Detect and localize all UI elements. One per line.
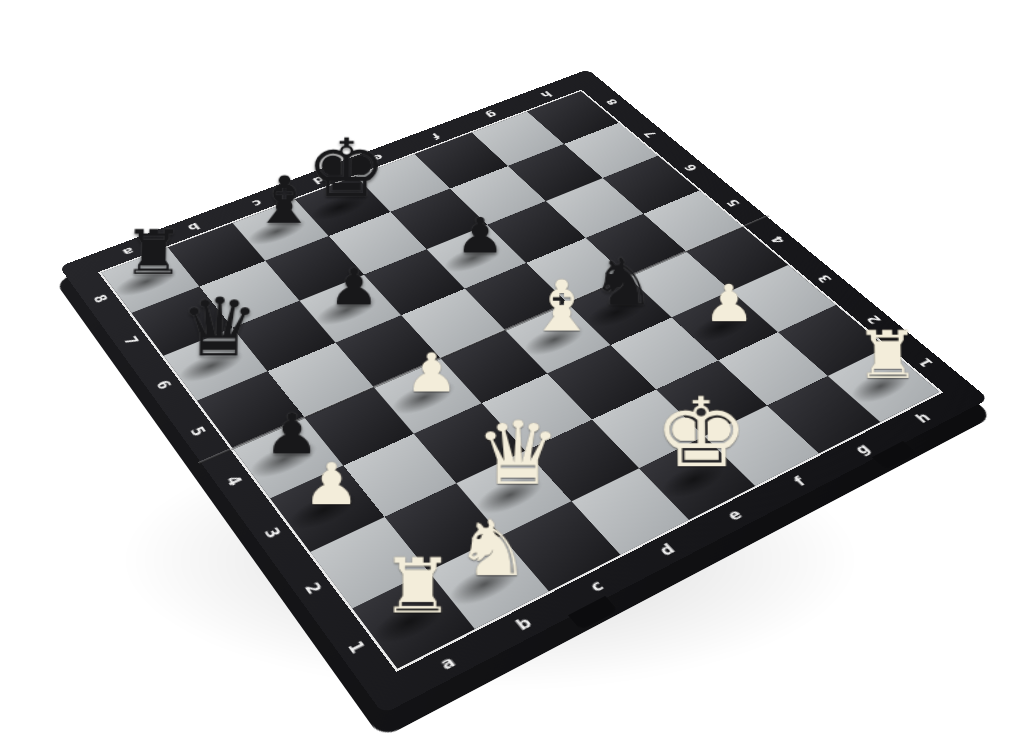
photo-background: ♜♝♚♛♟♟♟♟♝♞♟♟♛♜♞♚♜ aabbccddeeffgghh887766…	[0, 0, 1020, 733]
white-king-e1: ♚	[621, 385, 782, 481]
black-pawn-c6: ♟	[281, 261, 426, 312]
black-pawn-e6: ♟	[410, 211, 550, 260]
white-pawn-c4: ♟	[355, 346, 508, 400]
rank-label-right-4: 4	[743, 221, 813, 258]
rank-label-right-5: 5	[699, 185, 768, 220]
white-pawn-g3: ♟	[656, 277, 803, 328]
rank-label-right-6: 6	[658, 151, 726, 184]
white-bishop-e4: ♝	[488, 271, 635, 342]
black-queen-a6: ♛	[144, 287, 295, 368]
square-e1: ♚	[639, 436, 755, 519]
white-queen-c2: ♛	[437, 410, 599, 498]
black-bishop-c8: ♝	[215, 168, 353, 234]
white-pawn-a3: ♟	[250, 455, 413, 513]
rank-label-right-7: 7	[618, 118, 684, 150]
white-rook-a1: ♜	[331, 548, 504, 624]
square-a3: ♟	[270, 466, 384, 552]
black-rook-a8: ♜	[82, 222, 225, 284]
white-rook-h1: ♜	[812, 322, 965, 388]
